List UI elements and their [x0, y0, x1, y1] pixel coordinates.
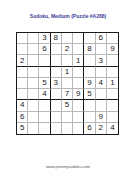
cell-r4c9[interactable]: [107, 67, 118, 78]
cell-r3c6: 1: [73, 55, 84, 66]
cell-r1c7[interactable]: [84, 33, 95, 44]
cell-r9c9: 4: [107, 123, 118, 134]
cell-r7c8[interactable]: [96, 100, 107, 111]
cell-r3c4[interactable]: [51, 55, 62, 66]
cell-r8c7[interactable]: [84, 112, 95, 123]
cell-r8c5[interactable]: [62, 112, 73, 123]
cell-r9c2[interactable]: [28, 123, 39, 134]
cell-r7c1: 4: [17, 100, 28, 111]
cell-r7c4[interactable]: [51, 100, 62, 111]
sudoku-grid: 3866289213153941479545695624: [16, 32, 119, 135]
cell-r5c2[interactable]: [28, 78, 39, 89]
cell-r9c5[interactable]: [62, 123, 73, 134]
cell-r3c7[interactable]: [84, 55, 95, 66]
cell-r4c5: 1: [62, 67, 73, 78]
cell-r6c7: 5: [84, 89, 95, 100]
cell-r5c6[interactable]: [73, 78, 84, 89]
cell-r4c6[interactable]: [73, 67, 84, 78]
cell-r6c9[interactable]: [107, 89, 118, 100]
sudoku-sheet: { "game": "sudoku", "difficulty": "Mediu…: [0, 0, 136, 176]
cell-r7c7[interactable]: [84, 100, 95, 111]
cell-r2c1[interactable]: [17, 44, 28, 55]
cell-r8c6[interactable]: [73, 112, 84, 123]
cell-r8c4[interactable]: [51, 112, 62, 123]
cell-r4c7[interactable]: [84, 67, 95, 78]
cell-r5c9: 1: [107, 78, 118, 89]
cell-r7c5: 5: [62, 100, 73, 111]
cell-r5c5[interactable]: [62, 78, 73, 89]
cell-r3c1: 2: [17, 55, 28, 66]
cell-r8c1: 6: [17, 112, 28, 123]
cell-r7c2[interactable]: [28, 100, 39, 111]
cell-r4c8[interactable]: [96, 67, 107, 78]
cell-r1c2[interactable]: [28, 33, 39, 44]
cell-r3c2[interactable]: [28, 55, 39, 66]
cell-r4c1[interactable]: [17, 67, 28, 78]
cell-r3c9[interactable]: [107, 55, 118, 66]
cell-r9c7: 6: [84, 123, 95, 134]
cell-r2c3: 6: [39, 44, 50, 55]
cell-r8c2[interactable]: [28, 112, 39, 123]
cell-r2c8[interactable]: [96, 44, 107, 55]
cell-r2c7: 8: [84, 44, 95, 55]
cell-r1c1[interactable]: [17, 33, 28, 44]
cell-r5c7: 9: [84, 78, 95, 89]
cell-r7c3[interactable]: [39, 100, 50, 111]
cell-r4c2[interactable]: [28, 67, 39, 78]
cell-r9c1: 5: [17, 123, 28, 134]
cell-r6c1[interactable]: [17, 89, 28, 100]
cell-r1c4: 8: [51, 33, 62, 44]
cell-r1c6[interactable]: [73, 33, 84, 44]
cell-r9c3[interactable]: [39, 123, 50, 134]
cell-r2c5: 2: [62, 44, 73, 55]
cell-r1c8: 6: [96, 33, 107, 44]
cell-r6c3: 4: [39, 89, 50, 100]
cell-r3c8: 3: [96, 55, 107, 66]
cell-r1c3: 3: [39, 33, 50, 44]
cell-r6c5: 7: [62, 89, 73, 100]
cell-r6c8[interactable]: [96, 89, 107, 100]
cell-r2c9: 9: [107, 44, 118, 55]
cell-r9c6[interactable]: [73, 123, 84, 134]
cell-r5c1[interactable]: [17, 78, 28, 89]
cell-r3c3[interactable]: [39, 55, 50, 66]
cell-r1c5[interactable]: [62, 33, 73, 44]
cell-r9c4[interactable]: [51, 123, 62, 134]
cell-r6c6: 9: [73, 89, 84, 100]
cell-r9c8: 2: [96, 123, 107, 134]
cell-r2c2[interactable]: [28, 44, 39, 55]
footer-url[interactable]: www.printmysudoku.com: [0, 164, 136, 169]
cell-r4c3[interactable]: [39, 67, 50, 78]
puzzle-title: Sudoku, Medium (Puzzle #A288): [0, 13, 136, 19]
cell-r5c3: 5: [39, 78, 50, 89]
cell-r5c8: 4: [96, 78, 107, 89]
cell-r7c9[interactable]: [107, 100, 118, 111]
cell-r2c6[interactable]: [73, 44, 84, 55]
cell-r5c4: 3: [51, 78, 62, 89]
cell-r2c4[interactable]: [51, 44, 62, 55]
cell-r6c4[interactable]: [51, 89, 62, 100]
cell-r1c9[interactable]: [107, 33, 118, 44]
cell-r3c5[interactable]: [62, 55, 73, 66]
cell-r4c4[interactable]: [51, 67, 62, 78]
cell-r6c2[interactable]: [28, 89, 39, 100]
cell-r7c6[interactable]: [73, 100, 84, 111]
cell-r8c9[interactable]: [107, 112, 118, 123]
cell-r8c8: 9: [96, 112, 107, 123]
cell-r8c3[interactable]: [39, 112, 50, 123]
